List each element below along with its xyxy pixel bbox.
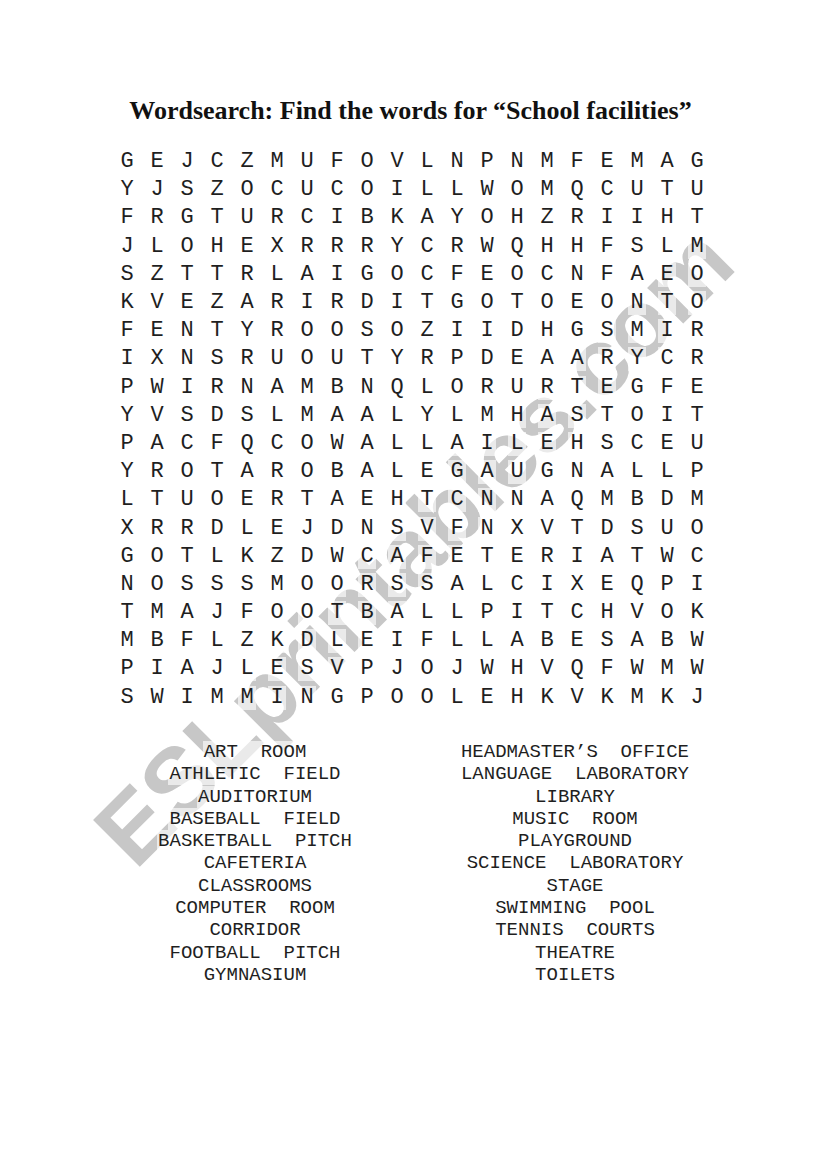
grid-letter: O xyxy=(298,601,315,625)
grid-letter: M xyxy=(478,404,495,428)
grid-cell: A xyxy=(472,458,502,486)
grid-cell: I xyxy=(262,684,292,712)
grid-cell: I xyxy=(382,627,412,655)
grid-cell: P xyxy=(472,148,502,176)
grid-cell: S xyxy=(202,571,232,599)
grid-letter: C xyxy=(418,235,435,259)
grid-cell: R xyxy=(442,233,472,261)
grid-cell: U xyxy=(262,345,292,373)
grid-letter: O xyxy=(478,206,495,230)
grid-letter: A xyxy=(538,488,555,512)
grid-cell: O xyxy=(322,317,352,345)
grid-cell: C xyxy=(502,571,532,599)
grid-cell: U xyxy=(652,514,682,542)
grid-letter: F xyxy=(448,263,465,287)
grid-letter: S xyxy=(358,319,375,343)
grid-cell: I xyxy=(472,430,502,458)
grid-cell: M xyxy=(622,148,652,176)
grid-letter: N xyxy=(628,291,645,315)
grid-cell: M xyxy=(202,684,232,712)
grid-cell: R xyxy=(322,289,352,317)
grid-letter: B xyxy=(358,206,375,230)
grid-cell: N xyxy=(442,148,472,176)
grid-cell: N xyxy=(232,374,262,402)
grid-cell: O xyxy=(412,684,442,712)
grid-cell: C xyxy=(262,176,292,204)
grid-cell: B xyxy=(352,599,382,627)
word-list-item: PLAYGROUND xyxy=(415,830,735,852)
grid-cell: A xyxy=(442,571,472,599)
grid-cell: K xyxy=(592,684,622,712)
grid-letter: H xyxy=(508,657,525,681)
grid-cell: T xyxy=(202,204,232,232)
grid-cell: L xyxy=(502,430,532,458)
grid-letter: O xyxy=(388,686,405,710)
grid-letter: D xyxy=(208,517,225,541)
grid-cell: W xyxy=(472,176,502,204)
grid-cell: R xyxy=(412,345,442,373)
grid-letter: M xyxy=(538,178,555,202)
grid-cell: A xyxy=(322,402,352,430)
grid-cell: P xyxy=(472,599,502,627)
grid-letter: A xyxy=(448,573,465,597)
grid-cell: T xyxy=(622,543,652,571)
grid-letter: R xyxy=(328,291,345,315)
grid-letter: C xyxy=(598,178,615,202)
grid-cell: C xyxy=(412,233,442,261)
grid-letter: S xyxy=(178,404,195,428)
grid-letter: E xyxy=(688,376,705,400)
grid-letter: Z xyxy=(148,263,165,287)
grid-letter: N xyxy=(508,488,525,512)
grid-cell: Y xyxy=(112,458,142,486)
grid-letter: J xyxy=(208,601,225,625)
grid-cell: T xyxy=(412,486,442,514)
word-list-item-text: TOILETS xyxy=(534,964,616,986)
grid-letter: S xyxy=(208,347,225,371)
grid-letter: L xyxy=(628,460,645,484)
word-col-right: HEADMASTER’S OFFICELANGUAGE LABORATORYLI… xyxy=(415,741,735,986)
grid-letter: W xyxy=(478,178,495,202)
grid-letter: O xyxy=(628,404,645,428)
grid-letter: F xyxy=(118,319,135,343)
grid-letter: Y xyxy=(448,206,465,230)
grid-letter: O xyxy=(148,545,165,569)
grid-cell: G xyxy=(622,374,652,402)
grid-letter: G xyxy=(568,319,585,343)
grid-cell: C xyxy=(352,543,382,571)
grid-cell: V xyxy=(142,289,172,317)
grid-cell: V xyxy=(412,514,442,542)
grid-letter: R xyxy=(598,347,615,371)
grid-cell: S xyxy=(622,514,652,542)
grid-letter: D xyxy=(298,545,315,569)
grid-cell: A xyxy=(622,261,652,289)
grid-cell: S xyxy=(232,402,262,430)
grid-letter: R xyxy=(358,573,375,597)
grid-cell: U xyxy=(232,204,262,232)
grid-cell: W xyxy=(322,543,352,571)
grid-letter: Y xyxy=(388,347,405,371)
grid-cell: K xyxy=(262,627,292,655)
grid-letter: U xyxy=(688,178,705,202)
grid-cell: Q xyxy=(502,233,532,261)
grid-letter: O xyxy=(328,573,345,597)
grid-cell: O xyxy=(202,486,232,514)
grid-cell: A xyxy=(622,627,652,655)
grid-letter: I xyxy=(388,629,405,653)
grid-letter: P xyxy=(118,432,135,456)
grid-cell: A xyxy=(412,204,442,232)
grid-cell: W xyxy=(142,374,172,402)
grid-letter: A xyxy=(538,404,555,428)
grid-letter: O xyxy=(478,291,495,315)
grid-cell: L xyxy=(442,684,472,712)
grid-cell: N xyxy=(562,458,592,486)
grid-cell: E xyxy=(682,374,712,402)
grid-letter: E xyxy=(598,150,615,174)
grid-letter: N xyxy=(478,517,495,541)
grid-letter: W xyxy=(148,686,165,710)
grid-letter: T xyxy=(118,601,135,625)
grid-letter: L xyxy=(268,404,285,428)
grid-cell: U xyxy=(622,176,652,204)
grid-cell: C xyxy=(592,176,622,204)
grid-cell: A xyxy=(322,486,352,514)
grid-cell: A xyxy=(292,261,322,289)
grid-cell: P xyxy=(112,374,142,402)
grid-cell: S xyxy=(172,571,202,599)
grid-letter: R xyxy=(688,347,705,371)
grid-letter: U xyxy=(298,150,315,174)
grid-cell: N xyxy=(472,486,502,514)
grid-letter: F xyxy=(568,150,585,174)
grid-letter: R xyxy=(178,517,195,541)
grid-cell: G xyxy=(322,684,352,712)
grid-letter: U xyxy=(658,517,675,541)
grid-letter: C xyxy=(628,432,645,456)
grid-letter: M xyxy=(598,488,615,512)
grid-letter: G xyxy=(358,263,375,287)
grid-cell: X xyxy=(562,571,592,599)
grid-cell: S xyxy=(232,571,262,599)
word-list-item-text: SWIMMING POOL xyxy=(494,897,656,919)
grid-letter: K xyxy=(118,291,135,315)
grid-letter: S xyxy=(568,404,585,428)
grid-cell: I xyxy=(382,176,412,204)
word-list-item-text: MUSIC ROOM xyxy=(511,808,638,830)
grid-cell: U xyxy=(172,486,202,514)
grid-cell: J xyxy=(172,148,202,176)
grid-cell: M xyxy=(652,655,682,683)
grid-cell: T xyxy=(172,543,202,571)
grid-cell: L xyxy=(652,233,682,261)
grid-letter: W xyxy=(688,657,705,681)
grid-letter: Y xyxy=(628,347,645,371)
grid-letter: D xyxy=(208,404,225,428)
grid-letter: R xyxy=(268,319,285,343)
grid-cell: L xyxy=(112,486,142,514)
grid-letter: C xyxy=(298,206,315,230)
grid-letter: T xyxy=(538,601,555,625)
grid-letter: X xyxy=(118,517,135,541)
grid-letter: S xyxy=(298,657,315,681)
grid-cell: E xyxy=(262,655,292,683)
grid-cell: F xyxy=(592,233,622,261)
grid-cell: V xyxy=(142,402,172,430)
word-list-item-text: FOOTBALL PITCH xyxy=(168,942,341,964)
grid-cell: O xyxy=(622,402,652,430)
grid-letter: L xyxy=(388,460,405,484)
grid-cell: L xyxy=(442,402,472,430)
grid-letter: L xyxy=(448,404,465,428)
grid-letter: C xyxy=(658,347,675,371)
grid-letter: Y xyxy=(118,178,135,202)
grid-letter: D xyxy=(358,291,375,315)
grid-letter: G xyxy=(118,545,135,569)
grid-cell: F xyxy=(172,627,202,655)
grid-cell: I xyxy=(592,204,622,232)
grid-letter: A xyxy=(478,460,495,484)
grid-letter: K xyxy=(688,601,705,625)
grid-cell: B xyxy=(652,627,682,655)
grid-cell: F xyxy=(442,261,472,289)
grid-cell: W xyxy=(472,655,502,683)
grid-cell: O xyxy=(262,599,292,627)
grid-letter: H xyxy=(538,319,555,343)
grid-letter: J xyxy=(298,517,315,541)
grid-cell: G xyxy=(442,289,472,317)
grid-cell: P xyxy=(682,458,712,486)
grid-cell: R xyxy=(262,458,292,486)
grid-cell: H xyxy=(532,233,562,261)
grid-letter: F xyxy=(418,629,435,653)
grid-cell: F xyxy=(442,514,472,542)
grid-cell: E xyxy=(502,543,532,571)
grid-cell: E xyxy=(232,486,262,514)
grid-cell: A xyxy=(652,148,682,176)
grid-letter: A xyxy=(238,291,255,315)
grid-cell: O xyxy=(682,514,712,542)
grid-letter: W xyxy=(328,432,345,456)
grid-cell: Q xyxy=(622,571,652,599)
grid-letter: I xyxy=(178,376,195,400)
grid-cell: I xyxy=(472,317,502,345)
grid-letter: O xyxy=(508,178,525,202)
grid-cell: R xyxy=(262,317,292,345)
word-list-item: ATHLETIC FIELD xyxy=(95,763,415,785)
grid-cell: Q xyxy=(382,374,412,402)
grid-cell: T xyxy=(412,289,442,317)
grid-letter: F xyxy=(598,657,615,681)
grid-cell: A xyxy=(382,543,412,571)
grid-letter: A xyxy=(508,629,525,653)
grid-letter: G xyxy=(628,376,645,400)
grid-cell: F xyxy=(592,261,622,289)
grid-letter: F xyxy=(598,263,615,287)
grid-cell: X xyxy=(112,514,142,542)
grid-cell: T xyxy=(682,402,712,430)
grid-letter: L xyxy=(238,657,255,681)
word-list-item: CORRIDOR xyxy=(95,919,415,941)
grid-cell: A xyxy=(352,458,382,486)
grid-letter: K xyxy=(658,686,675,710)
grid-cell: K xyxy=(232,543,262,571)
grid-cell: G xyxy=(562,317,592,345)
grid-letter: I xyxy=(148,657,165,681)
grid-cell: U xyxy=(502,374,532,402)
grid-letter: E xyxy=(658,432,675,456)
grid-cell: I xyxy=(292,289,322,317)
grid-letter: N xyxy=(238,376,255,400)
grid-cell: Y xyxy=(382,233,412,261)
grid-cell: Q xyxy=(232,430,262,458)
grid-cell: C xyxy=(532,261,562,289)
grid-letter: A xyxy=(358,404,375,428)
grid-cell: Y xyxy=(112,176,142,204)
grid-letter: L xyxy=(418,432,435,456)
word-list-item: SCIENCE LABORATORY xyxy=(415,852,735,874)
grid-cell: A xyxy=(352,402,382,430)
grid-cell: N xyxy=(112,571,142,599)
grid-cell: O xyxy=(292,345,322,373)
grid-cell: C xyxy=(412,261,442,289)
grid-cell: C xyxy=(442,486,472,514)
grid-cell: E xyxy=(352,627,382,655)
grid-cell: T xyxy=(352,345,382,373)
grid-letter: P xyxy=(688,460,705,484)
grid-cell: R xyxy=(262,486,292,514)
grid-letter: W xyxy=(148,376,165,400)
grid-letter: M xyxy=(298,404,315,428)
grid-letter: I xyxy=(388,291,405,315)
grid-letter: U xyxy=(628,178,645,202)
grid-cell: F xyxy=(562,148,592,176)
word-list-item: GYMNASIUM xyxy=(95,964,415,986)
grid-cell: O xyxy=(532,289,562,317)
grid-letter: A xyxy=(388,545,405,569)
grid-letter: N xyxy=(508,150,525,174)
grid-cell: L xyxy=(262,261,292,289)
grid-cell: I xyxy=(112,345,142,373)
grid-letter: H xyxy=(508,404,525,428)
grid-cell: J xyxy=(382,655,412,683)
grid-letter: A xyxy=(388,601,405,625)
grid-letter: H xyxy=(598,601,615,625)
grid-cell: I xyxy=(142,655,172,683)
grid-cell: G xyxy=(112,148,142,176)
grid-cell: Z xyxy=(232,627,262,655)
grid-cell: H xyxy=(502,655,532,683)
grid-cell: R xyxy=(142,204,172,232)
grid-letter: U xyxy=(508,376,525,400)
grid-cell: R xyxy=(232,345,262,373)
grid-letter: A xyxy=(178,657,195,681)
grid-letter: Z xyxy=(538,206,555,230)
grid-letter: O xyxy=(418,657,435,681)
grid-letter: A xyxy=(298,263,315,287)
grid-letter: T xyxy=(328,601,345,625)
grid-letter: S xyxy=(628,517,645,541)
grid-letter: T xyxy=(208,319,225,343)
word-list-item-text: TENNIS COURTS xyxy=(494,919,656,941)
grid-letter: D xyxy=(478,347,495,371)
worksheet-page: ESLprintables.com Wordsearch: Find the w… xyxy=(0,0,821,1169)
grid-letter: V xyxy=(148,404,165,428)
grid-letter: S xyxy=(598,432,615,456)
grid-letter: O xyxy=(298,573,315,597)
grid-letter: T xyxy=(658,178,675,202)
grid-cell: H xyxy=(532,317,562,345)
word-list-item: CAFETERIA xyxy=(95,852,415,874)
word-list-item: LIBRARY xyxy=(415,786,735,808)
grid-cell: C xyxy=(562,599,592,627)
grid-letter: R xyxy=(268,460,285,484)
grid-cell: F xyxy=(232,599,262,627)
grid-letter: I xyxy=(298,291,315,315)
grid-cell: L xyxy=(382,402,412,430)
grid-cell: M xyxy=(112,627,142,655)
word-list-item: TENNIS COURTS xyxy=(415,919,735,941)
grid-letter: C xyxy=(418,263,435,287)
grid-cell: T xyxy=(202,317,232,345)
grid-cell: C xyxy=(682,543,712,571)
grid-cell: A xyxy=(532,402,562,430)
grid-cell: H xyxy=(652,204,682,232)
grid-cell: I xyxy=(682,571,712,599)
grid-cell: S xyxy=(382,514,412,542)
grid-letter: L xyxy=(328,629,345,653)
grid-cell: T xyxy=(592,402,622,430)
grid-letter: N xyxy=(118,573,135,597)
grid-letter: S xyxy=(388,573,405,597)
grid-cell: I xyxy=(622,204,652,232)
grid-cell: L xyxy=(382,430,412,458)
grid-cell: T xyxy=(562,374,592,402)
grid-letter: T xyxy=(688,206,705,230)
grid-cell: D xyxy=(202,402,232,430)
grid-cell: J xyxy=(202,655,232,683)
grid-letter: S xyxy=(598,629,615,653)
grid-cell: W xyxy=(682,655,712,683)
grid-cell: E xyxy=(232,233,262,261)
grid-letter: T xyxy=(178,545,195,569)
grid-cell: E xyxy=(142,317,172,345)
grid-letter: V xyxy=(328,657,345,681)
grid-letter: A xyxy=(358,460,375,484)
word-list-item: STAGE xyxy=(415,875,735,897)
grid-cell: I xyxy=(442,317,472,345)
grid-cell: X xyxy=(502,514,532,542)
grid-cell: E xyxy=(502,345,532,373)
grid-letter: G xyxy=(328,686,345,710)
grid-letter: R xyxy=(208,376,225,400)
grid-cell: E xyxy=(532,430,562,458)
grid-letter: R xyxy=(268,206,285,230)
grid-letter: E xyxy=(178,291,195,315)
grid-cell: O xyxy=(172,233,202,261)
grid-cell: M xyxy=(682,233,712,261)
grid-letter: T xyxy=(208,206,225,230)
grid-cell: E xyxy=(562,627,592,655)
grid-letter: R xyxy=(538,545,555,569)
grid-cell: R xyxy=(142,458,172,486)
word-list-item: THEATRE xyxy=(415,942,735,964)
grid-cell: A xyxy=(232,458,262,486)
grid-letter: O xyxy=(298,319,315,343)
grid-cell: R xyxy=(532,543,562,571)
grid-cell: O xyxy=(142,571,172,599)
